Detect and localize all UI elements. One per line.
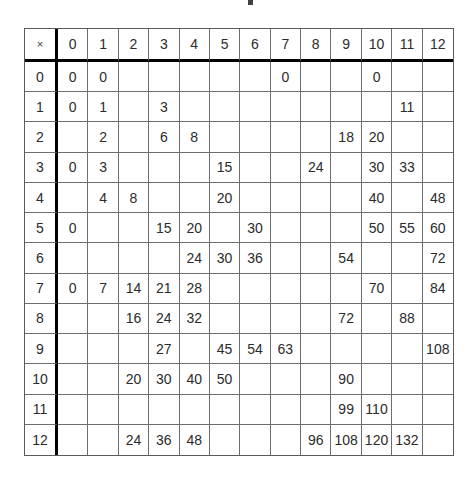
cell-r10-c8: [301, 364, 331, 394]
cell-r11-c11: [392, 395, 422, 425]
row-header-9: 9: [25, 334, 58, 364]
col-header-3: 3: [149, 29, 179, 62]
cell-r10-c4: 40: [180, 364, 210, 394]
cell-r9-c9: [331, 334, 361, 364]
cell-r9-c7: 63: [271, 334, 301, 364]
cell-r6-c3: [149, 243, 179, 273]
cell-r0-c7: 0: [271, 62, 301, 92]
cell-r9-c3: 27: [149, 334, 179, 364]
row-header-8: 8: [25, 304, 58, 334]
cell-r6-c0: [58, 243, 88, 273]
cell-r7-c3: 21: [149, 274, 179, 304]
cell-r6-c8: [301, 243, 331, 273]
cell-r11-c0: [58, 395, 88, 425]
cell-r0-c11: [392, 62, 422, 92]
cell-r9-c2: [119, 334, 149, 364]
cell-r2-c8: [301, 122, 331, 152]
cell-r6-c12: 72: [423, 243, 453, 273]
cell-r6-c10: [362, 243, 392, 273]
cell-r2-c12: [423, 122, 453, 152]
cell-r5-c3: 15: [149, 213, 179, 243]
cell-r1-c6: [240, 92, 270, 122]
cell-r5-c11: 55: [392, 213, 422, 243]
cell-r0-c0: 0: [58, 62, 88, 92]
cell-r3-c4: [180, 153, 210, 183]
cell-r4-c11: [392, 183, 422, 213]
cell-r0-c5: [210, 62, 240, 92]
cell-r10-c3: 30: [149, 364, 179, 394]
cell-r6-c9: 54: [331, 243, 361, 273]
cell-r3-c0: 0: [58, 153, 88, 183]
cell-r2-c3: 6: [149, 122, 179, 152]
cell-r11-c10: 110: [362, 395, 392, 425]
cell-r5-c0: 0: [58, 213, 88, 243]
cell-r5-c2: [119, 213, 149, 243]
cell-r4-c12: 48: [423, 183, 453, 213]
cell-r8-c1: [88, 304, 118, 334]
cell-r5-c9: [331, 213, 361, 243]
col-header-10: 10: [362, 29, 392, 62]
cell-r12-c5: [210, 425, 240, 455]
cell-r2-c2: [119, 122, 149, 152]
cell-r8-c0: [58, 304, 88, 334]
col-header-12: 12: [423, 29, 453, 62]
cell-r12-c1: [88, 425, 118, 455]
cell-r12-c9: 108: [331, 425, 361, 455]
row-header-11: 11: [25, 395, 58, 425]
cell-r8-c7: [271, 304, 301, 334]
cell-r11-c7: [271, 395, 301, 425]
cell-r12-c0: [58, 425, 88, 455]
cell-r4-c4: [180, 183, 210, 213]
cell-r8-c9: 72: [331, 304, 361, 334]
cell-r1-c10: [362, 92, 392, 122]
cell-r10-c2: 20: [119, 364, 149, 394]
cell-r11-c2: [119, 395, 149, 425]
cropped-title-text-fragment: [248, 0, 253, 5]
col-header-7: 7: [271, 29, 301, 62]
cell-r3-c8: 24: [301, 153, 331, 183]
cell-r10-c6: [240, 364, 270, 394]
cell-r8-c6: [240, 304, 270, 334]
cell-r9-c6: 54: [240, 334, 270, 364]
cell-r3-c7: [271, 153, 301, 183]
cell-r4-c3: [149, 183, 179, 213]
cell-r0-c2: [119, 62, 149, 92]
cell-r9-c8: [301, 334, 331, 364]
cell-r4-c6: [240, 183, 270, 213]
multiplication-table-grid: ×012345678910111200000101311226818203031…: [24, 28, 454, 456]
cell-r11-c4: [180, 395, 210, 425]
cell-r7-c4: 28: [180, 274, 210, 304]
cell-r12-c6: [240, 425, 270, 455]
cell-r9-c11: [392, 334, 422, 364]
cell-r1-c7: [271, 92, 301, 122]
cell-r0-c4: [180, 62, 210, 92]
cell-r7-c1: 7: [88, 274, 118, 304]
cell-r5-c10: 50: [362, 213, 392, 243]
cell-r7-c10: 70: [362, 274, 392, 304]
cell-r4-c7: [271, 183, 301, 213]
cell-r8-c4: 32: [180, 304, 210, 334]
cell-r5-c1: [88, 213, 118, 243]
cell-r4-c8: [301, 183, 331, 213]
cell-r8-c3: 24: [149, 304, 179, 334]
cell-r1-c8: [301, 92, 331, 122]
cell-r5-c8: [301, 213, 331, 243]
cell-r7-c11: [392, 274, 422, 304]
worksheet-page: ×012345678910111200000101311226818203031…: [0, 0, 474, 486]
row-header-0: 0: [25, 62, 58, 92]
row-header-3: 3: [25, 153, 58, 183]
cell-r12-c7: [271, 425, 301, 455]
cell-r2-c4: 8: [180, 122, 210, 152]
cell-r1-c2: [119, 92, 149, 122]
cell-r1-c4: [180, 92, 210, 122]
cell-r10-c5: 50: [210, 364, 240, 394]
cell-r3-c2: [119, 153, 149, 183]
cell-r5-c12: 60: [423, 213, 453, 243]
cell-r2-c7: [271, 122, 301, 152]
cell-r12-c4: 48: [180, 425, 210, 455]
cell-r1-c1: 1: [88, 92, 118, 122]
col-header-11: 11: [392, 29, 422, 62]
col-header-6: 6: [240, 29, 270, 62]
col-header-0: 0: [58, 29, 88, 62]
cell-r11-c8: [301, 395, 331, 425]
col-header-8: 8: [301, 29, 331, 62]
row-header-2: 2: [25, 122, 58, 152]
col-header-5: 5: [210, 29, 240, 62]
cell-r8-c12: [423, 304, 453, 334]
cell-r11-c12: [423, 395, 453, 425]
cell-r12-c11: 132: [392, 425, 422, 455]
cell-r9-c10: [362, 334, 392, 364]
cell-r1-c12: [423, 92, 453, 122]
cell-r11-c1: [88, 395, 118, 425]
cell-r7-c6: [240, 274, 270, 304]
cell-r2-c0: [58, 122, 88, 152]
cell-r6-c2: [119, 243, 149, 273]
cell-r6-c11: [392, 243, 422, 273]
cell-r4-c1: 4: [88, 183, 118, 213]
cell-r10-c11: [392, 364, 422, 394]
cell-r2-c11: [392, 122, 422, 152]
cell-r12-c3: 36: [149, 425, 179, 455]
cell-r4-c0: [58, 183, 88, 213]
cell-r1-c9: [331, 92, 361, 122]
cell-r3-c3: [149, 153, 179, 183]
cell-r12-c12: [423, 425, 453, 455]
cell-r9-c12: 108: [423, 334, 453, 364]
cell-r9-c1: [88, 334, 118, 364]
cell-r7-c9: [331, 274, 361, 304]
cell-r0-c1: 0: [88, 62, 118, 92]
col-header-2: 2: [119, 29, 149, 62]
cell-r10-c10: [362, 364, 392, 394]
cell-r0-c6: [240, 62, 270, 92]
cell-r0-c3: [149, 62, 179, 92]
cell-r1-c5: [210, 92, 240, 122]
cell-r9-c0: [58, 334, 88, 364]
cell-r3-c5: 15: [210, 153, 240, 183]
cell-r2-c5: [210, 122, 240, 152]
cell-r8-c2: 16: [119, 304, 149, 334]
cell-r8-c10: [362, 304, 392, 334]
cell-r10-c9: 90: [331, 364, 361, 394]
cell-r6-c6: 36: [240, 243, 270, 273]
cell-r7-c5: [210, 274, 240, 304]
times-symbol-corner-cell: ×: [25, 29, 58, 62]
cell-r6-c7: [271, 243, 301, 273]
cell-r5-c7: [271, 213, 301, 243]
row-header-4: 4: [25, 183, 58, 213]
cell-r11-c5: [210, 395, 240, 425]
cell-r10-c1: [88, 364, 118, 394]
cell-r10-c7: [271, 364, 301, 394]
row-header-5: 5: [25, 213, 58, 243]
row-header-12: 12: [25, 425, 58, 455]
cell-r12-c8: 96: [301, 425, 331, 455]
cell-r3-c6: [240, 153, 270, 183]
cell-r5-c5: [210, 213, 240, 243]
row-header-10: 10: [25, 364, 58, 394]
cell-r3-c11: 33: [392, 153, 422, 183]
cell-r0-c8: [301, 62, 331, 92]
cell-r9-c5: 45: [210, 334, 240, 364]
cell-r6-c5: 30: [210, 243, 240, 273]
cell-r7-c0: 0: [58, 274, 88, 304]
cell-r3-c12: [423, 153, 453, 183]
cell-r12-c10: 120: [362, 425, 392, 455]
cell-r7-c2: 14: [119, 274, 149, 304]
cell-r2-c1: 2: [88, 122, 118, 152]
cell-r0-c9: [331, 62, 361, 92]
cell-r2-c9: 18: [331, 122, 361, 152]
cell-r4-c5: 20: [210, 183, 240, 213]
cell-r6-c1: [88, 243, 118, 273]
cell-r7-c12: 84: [423, 274, 453, 304]
row-header-1: 1: [25, 92, 58, 122]
cell-r5-c4: 20: [180, 213, 210, 243]
col-header-1: 1: [88, 29, 118, 62]
cell-r10-c12: [423, 364, 453, 394]
cell-r1-c0: 0: [58, 92, 88, 122]
cell-r4-c2: 8: [119, 183, 149, 213]
cell-r8-c5: [210, 304, 240, 334]
cell-r1-c3: 3: [149, 92, 179, 122]
cell-r3-c9: [331, 153, 361, 183]
cell-r2-c6: [240, 122, 270, 152]
cell-r10-c0: [58, 364, 88, 394]
cell-r4-c10: 40: [362, 183, 392, 213]
cell-r9-c4: [180, 334, 210, 364]
cell-r11-c9: 99: [331, 395, 361, 425]
cell-r11-c3: [149, 395, 179, 425]
row-header-7: 7: [25, 274, 58, 304]
cell-r12-c2: 24: [119, 425, 149, 455]
cell-r7-c8: [301, 274, 331, 304]
col-header-9: 9: [331, 29, 361, 62]
cell-r3-c1: 3: [88, 153, 118, 183]
cell-r8-c11: 88: [392, 304, 422, 334]
cell-r4-c9: [331, 183, 361, 213]
cell-r1-c11: 11: [392, 92, 422, 122]
col-header-4: 4: [180, 29, 210, 62]
cell-r2-c10: 20: [362, 122, 392, 152]
cell-r11-c6: [240, 395, 270, 425]
cell-r8-c8: [301, 304, 331, 334]
row-header-6: 6: [25, 243, 58, 273]
cell-r6-c4: 24: [180, 243, 210, 273]
cell-r0-c10: 0: [362, 62, 392, 92]
cell-r5-c6: 30: [240, 213, 270, 243]
cell-r0-c12: [423, 62, 453, 92]
cell-r7-c7: [271, 274, 301, 304]
cell-r3-c10: 30: [362, 153, 392, 183]
